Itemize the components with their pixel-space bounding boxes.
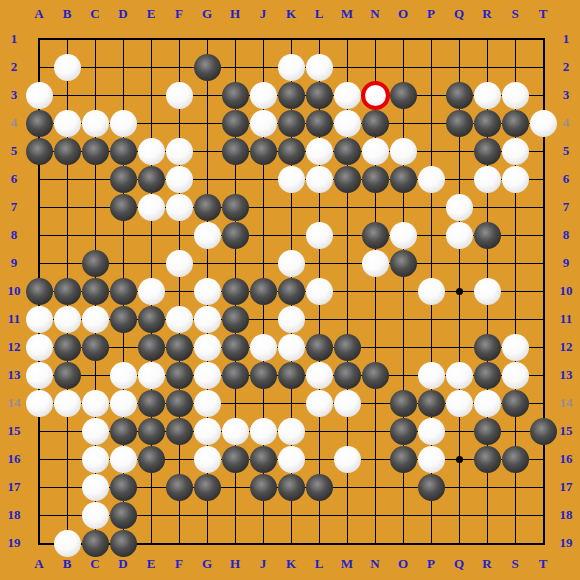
black-stone (446, 82, 473, 109)
white-stone (82, 306, 109, 333)
black-stone (474, 446, 501, 473)
row-label-right: 18 (554, 507, 578, 523)
column-label-bottom: D (111, 556, 135, 572)
white-stone (446, 222, 473, 249)
white-stone (54, 306, 81, 333)
black-stone (390, 446, 417, 473)
black-stone (166, 418, 193, 445)
black-stone (222, 306, 249, 333)
black-stone (222, 446, 249, 473)
white-stone (222, 418, 249, 445)
row-label-right: 6 (554, 171, 578, 187)
black-stone (110, 194, 137, 221)
white-stone (82, 474, 109, 501)
row-label-right: 10 (554, 283, 578, 299)
white-stone (82, 390, 109, 417)
black-stone (250, 474, 277, 501)
black-stone (362, 110, 389, 137)
column-label-top: R (475, 6, 499, 22)
black-stone (138, 390, 165, 417)
white-stone (362, 138, 389, 165)
white-stone (110, 110, 137, 137)
white-stone (502, 82, 529, 109)
column-label-bottom: N (363, 556, 387, 572)
row-label-left: 7 (2, 199, 26, 215)
column-label-bottom: L (307, 556, 331, 572)
black-stone (474, 222, 501, 249)
white-stone (166, 138, 193, 165)
white-stone (306, 222, 333, 249)
white-stone (446, 194, 473, 221)
black-stone (110, 418, 137, 445)
white-stone (82, 446, 109, 473)
black-stone (278, 110, 305, 137)
column-label-top: A (27, 6, 51, 22)
black-stone (250, 138, 277, 165)
black-stone (82, 250, 109, 277)
black-stone (222, 138, 249, 165)
black-stone (166, 390, 193, 417)
black-stone (26, 278, 53, 305)
white-stone (474, 278, 501, 305)
black-stone (418, 390, 445, 417)
white-stone (306, 362, 333, 389)
white-stone (334, 390, 361, 417)
black-stone (110, 138, 137, 165)
black-stone (390, 250, 417, 277)
black-stone (82, 530, 109, 557)
black-stone (502, 446, 529, 473)
black-stone (362, 362, 389, 389)
black-stone (474, 138, 501, 165)
black-stone (222, 82, 249, 109)
white-stone (166, 166, 193, 193)
white-stone (250, 418, 277, 445)
white-stone (474, 390, 501, 417)
black-stone (530, 418, 557, 445)
black-stone (166, 334, 193, 361)
row-label-left: 17 (2, 479, 26, 495)
white-stone (502, 334, 529, 361)
black-stone (138, 418, 165, 445)
black-stone (54, 278, 81, 305)
row-label-right: 9 (554, 255, 578, 271)
column-label-bottom: E (139, 556, 163, 572)
white-stone (306, 278, 333, 305)
white-stone (306, 390, 333, 417)
white-stone (26, 362, 53, 389)
black-stone (390, 166, 417, 193)
black-stone (222, 194, 249, 221)
white-stone (362, 250, 389, 277)
white-stone (390, 222, 417, 249)
star-point (456, 288, 463, 295)
row-label-left: 18 (2, 507, 26, 523)
black-stone (82, 138, 109, 165)
white-stone (278, 446, 305, 473)
black-stone (306, 334, 333, 361)
black-stone (138, 334, 165, 361)
white-stone (194, 306, 221, 333)
white-stone (194, 390, 221, 417)
black-stone (166, 362, 193, 389)
row-label-left: 12 (2, 339, 26, 355)
black-stone (390, 82, 417, 109)
row-label-left: 3 (2, 87, 26, 103)
black-stone (362, 166, 389, 193)
row-label-right: 2 (554, 59, 578, 75)
white-stone (306, 166, 333, 193)
black-stone (278, 82, 305, 109)
row-label-right: 13 (554, 367, 578, 383)
black-stone (54, 362, 81, 389)
column-label-top: S (503, 6, 527, 22)
column-label-bottom: B (55, 556, 79, 572)
column-label-top: H (223, 6, 247, 22)
black-stone (334, 138, 361, 165)
black-stone (222, 110, 249, 137)
white-stone (334, 446, 361, 473)
black-stone (138, 166, 165, 193)
white-stone (278, 306, 305, 333)
white-stone (334, 110, 361, 137)
black-stone (250, 446, 277, 473)
white-stone (418, 418, 445, 445)
last-move-marker (361, 81, 390, 110)
white-stone (502, 362, 529, 389)
row-label-right: 12 (554, 339, 578, 355)
white-stone (250, 110, 277, 137)
column-label-top: P (419, 6, 443, 22)
black-stone (502, 110, 529, 137)
black-stone (502, 390, 529, 417)
row-label-left: 16 (2, 451, 26, 467)
column-label-bottom: Q (447, 556, 471, 572)
black-stone (194, 54, 221, 81)
white-stone (306, 138, 333, 165)
column-label-top: L (307, 6, 331, 22)
black-stone (138, 446, 165, 473)
column-label-top: D (111, 6, 135, 22)
white-stone (54, 390, 81, 417)
black-stone (334, 362, 361, 389)
column-label-bottom: O (391, 556, 415, 572)
black-stone (278, 138, 305, 165)
row-label-right: 4 (554, 115, 578, 131)
white-stone (26, 82, 53, 109)
black-stone (306, 110, 333, 137)
black-stone (390, 418, 417, 445)
star-point (456, 456, 463, 463)
white-stone (110, 362, 137, 389)
row-label-left: 11 (2, 311, 26, 327)
black-stone (474, 110, 501, 137)
row-label-right: 11 (554, 311, 578, 327)
black-stone (474, 418, 501, 445)
white-stone (26, 390, 53, 417)
white-stone (54, 54, 81, 81)
white-stone (194, 334, 221, 361)
column-label-bottom: R (475, 556, 499, 572)
white-stone (194, 446, 221, 473)
column-label-bottom: K (279, 556, 303, 572)
row-label-left: 14 (2, 395, 26, 411)
white-stone (110, 446, 137, 473)
black-stone (334, 166, 361, 193)
black-stone (222, 362, 249, 389)
white-stone (278, 250, 305, 277)
black-stone (222, 278, 249, 305)
white-stone (474, 82, 501, 109)
column-label-bottom: G (195, 556, 219, 572)
black-stone (250, 362, 277, 389)
black-stone (418, 474, 445, 501)
black-stone (278, 474, 305, 501)
column-label-top: M (335, 6, 359, 22)
white-stone (334, 82, 361, 109)
column-label-top: E (139, 6, 163, 22)
white-stone (278, 334, 305, 361)
black-stone (362, 222, 389, 249)
row-label-left: 13 (2, 367, 26, 383)
column-label-bottom: A (27, 556, 51, 572)
white-stone (166, 82, 193, 109)
white-stone (250, 334, 277, 361)
column-label-bottom: P (419, 556, 443, 572)
white-stone (82, 502, 109, 529)
white-stone (26, 306, 53, 333)
column-label-top: C (83, 6, 107, 22)
black-stone (82, 278, 109, 305)
white-stone (474, 166, 501, 193)
white-stone (194, 278, 221, 305)
black-stone (306, 474, 333, 501)
column-label-bottom: T (531, 556, 555, 572)
column-label-bottom: J (251, 556, 275, 572)
black-stone (390, 390, 417, 417)
row-label-right: 3 (554, 87, 578, 103)
black-stone (278, 278, 305, 305)
column-label-top: B (55, 6, 79, 22)
black-stone (334, 334, 361, 361)
black-stone (306, 82, 333, 109)
column-label-top: F (167, 6, 191, 22)
white-stone (530, 110, 557, 137)
black-stone (474, 334, 501, 361)
black-stone (110, 306, 137, 333)
black-stone (166, 474, 193, 501)
black-stone (82, 334, 109, 361)
black-stone (278, 362, 305, 389)
column-label-bottom: H (223, 556, 247, 572)
white-stone (166, 306, 193, 333)
row-label-right: 15 (554, 423, 578, 439)
row-label-left: 19 (2, 535, 26, 551)
white-stone (54, 530, 81, 557)
row-label-left: 9 (2, 255, 26, 271)
white-stone (194, 362, 221, 389)
black-stone (250, 278, 277, 305)
white-stone (138, 278, 165, 305)
white-stone (502, 166, 529, 193)
row-label-right: 1 (554, 31, 578, 47)
column-label-top: J (251, 6, 275, 22)
black-stone (446, 110, 473, 137)
white-stone (446, 390, 473, 417)
white-stone (138, 362, 165, 389)
black-stone (194, 474, 221, 501)
white-stone (306, 54, 333, 81)
white-stone (138, 194, 165, 221)
black-stone (194, 194, 221, 221)
row-label-left: 15 (2, 423, 26, 439)
white-stone (82, 110, 109, 137)
row-label-left: 6 (2, 171, 26, 187)
column-label-bottom: S (503, 556, 527, 572)
row-label-left: 2 (2, 59, 26, 75)
white-stone (418, 446, 445, 473)
column-label-top: T (531, 6, 555, 22)
black-stone (222, 222, 249, 249)
row-label-right: 5 (554, 143, 578, 159)
white-stone (278, 166, 305, 193)
white-stone (194, 418, 221, 445)
black-stone (110, 166, 137, 193)
black-stone (54, 334, 81, 361)
row-label-left: 10 (2, 283, 26, 299)
column-label-bottom: C (83, 556, 107, 572)
black-stone (110, 502, 137, 529)
black-stone (138, 306, 165, 333)
white-stone (278, 54, 305, 81)
white-stone (418, 362, 445, 389)
white-stone (166, 194, 193, 221)
white-stone (110, 390, 137, 417)
row-label-right: 7 (554, 199, 578, 215)
white-stone (82, 418, 109, 445)
row-label-left: 4 (2, 115, 26, 131)
white-stone (278, 418, 305, 445)
black-stone (26, 138, 53, 165)
row-label-left: 8 (2, 227, 26, 243)
column-label-top: O (391, 6, 415, 22)
row-label-right: 16 (554, 451, 578, 467)
column-label-bottom: F (167, 556, 191, 572)
row-label-right: 14 (554, 395, 578, 411)
white-stone (194, 222, 221, 249)
white-stone (446, 362, 473, 389)
column-label-top: Q (447, 6, 471, 22)
black-stone (110, 530, 137, 557)
black-stone (110, 474, 137, 501)
white-stone (54, 110, 81, 137)
white-stone (26, 334, 53, 361)
row-label-right: 19 (554, 535, 578, 551)
black-stone (474, 362, 501, 389)
row-label-left: 5 (2, 143, 26, 159)
row-label-left: 1 (2, 31, 26, 47)
white-stone (502, 138, 529, 165)
column-label-bottom: M (335, 556, 359, 572)
white-stone (418, 278, 445, 305)
column-label-top: G (195, 6, 219, 22)
white-stone (250, 82, 277, 109)
white-stone (390, 138, 417, 165)
white-stone (418, 166, 445, 193)
column-label-top: N (363, 6, 387, 22)
white-stone (166, 250, 193, 277)
black-stone (54, 138, 81, 165)
white-stone (138, 138, 165, 165)
black-stone (110, 278, 137, 305)
row-label-right: 17 (554, 479, 578, 495)
column-label-top: K (279, 6, 303, 22)
go-board[interactable]: AABBCCDDEEFFGGHHJJKKLLMMNNOOPPQQRRSSTT11… (0, 0, 580, 580)
row-label-right: 8 (554, 227, 578, 243)
black-stone (26, 110, 53, 137)
black-stone (222, 334, 249, 361)
